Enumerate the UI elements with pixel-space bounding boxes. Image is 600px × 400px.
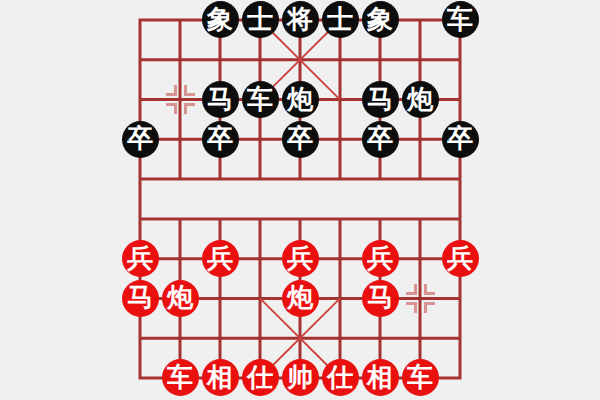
- last-move-marker: [166, 85, 195, 114]
- piece-black-advisor[interactable]: 士: [322, 1, 359, 38]
- marker-corner: [184, 85, 195, 96]
- piece-red-advisor[interactable]: 仕: [242, 359, 279, 396]
- piece-black-horse[interactable]: 马: [202, 81, 239, 118]
- piece-red-soldier[interactable]: 兵: [202, 240, 239, 277]
- piece-red-horse[interactable]: 马: [122, 280, 159, 317]
- piece-black-chariot[interactable]: 车: [242, 81, 279, 118]
- xiangqi-app: 象士将士象车马车炮马炮卒卒卒卒卒兵兵兵兵兵马炮炮马车相仕帅仕相车: [0, 0, 600, 400]
- piece-red-advisor[interactable]: 仕: [322, 359, 359, 396]
- marker-corner: [406, 284, 417, 295]
- piece-black-elephant[interactable]: 象: [362, 1, 399, 38]
- piece-black-soldier[interactable]: 卒: [202, 121, 239, 158]
- piece-red-cannon[interactable]: 炮: [282, 280, 319, 317]
- marker-corner: [166, 103, 177, 114]
- piece-red-soldier[interactable]: 兵: [442, 240, 479, 277]
- piece-red-general[interactable]: 帅: [282, 359, 319, 396]
- piece-black-soldier[interactable]: 卒: [442, 121, 479, 158]
- piece-red-chariot[interactable]: 车: [162, 359, 199, 396]
- piece-black-soldier[interactable]: 卒: [122, 121, 159, 158]
- marker-corner: [424, 284, 435, 295]
- piece-red-elephant[interactable]: 相: [362, 359, 399, 396]
- piece-black-general[interactable]: 将: [282, 1, 319, 38]
- piece-black-cannon[interactable]: 炮: [402, 81, 439, 118]
- piece-black-soldier[interactable]: 卒: [282, 121, 319, 158]
- piece-red-chariot[interactable]: 车: [402, 359, 439, 396]
- marker-corner: [406, 302, 417, 313]
- marker-corner: [166, 85, 177, 96]
- marker-corner: [184, 103, 195, 114]
- piece-red-elephant[interactable]: 相: [202, 359, 239, 396]
- piece-black-horse[interactable]: 马: [362, 81, 399, 118]
- piece-red-cannon[interactable]: 炮: [162, 280, 199, 317]
- piece-red-soldier[interactable]: 兵: [122, 240, 159, 277]
- piece-red-horse[interactable]: 马: [362, 280, 399, 317]
- piece-red-soldier[interactable]: 兵: [282, 240, 319, 277]
- piece-black-soldier[interactable]: 卒: [362, 121, 399, 158]
- piece-black-cannon[interactable]: 炮: [282, 81, 319, 118]
- piece-black-advisor[interactable]: 士: [242, 1, 279, 38]
- piece-black-elephant[interactable]: 象: [202, 1, 239, 38]
- board[interactable]: 象士将士象车马车炮马炮卒卒卒卒卒兵兵兵兵兵马炮炮马车相仕帅仕相车: [120, 0, 480, 398]
- piece-black-chariot[interactable]: 车: [442, 1, 479, 38]
- last-move-marker: [406, 284, 435, 313]
- marker-corner: [424, 302, 435, 313]
- piece-red-soldier[interactable]: 兵: [362, 240, 399, 277]
